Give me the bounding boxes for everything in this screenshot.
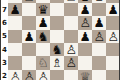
chess-board: 8♜♜♝♚7♟♛♟♟6♟♙♟5♟♞♟♙♙4♞♙3♘♗♙2♙♙♙♕1♖♖♔ xyxy=(1,0,120,80)
piece-black-pawn: ♟ xyxy=(37,16,48,29)
square-e2[interactable] xyxy=(64,70,78,80)
piece-black-pawn: ♟ xyxy=(79,30,90,43)
square-h4[interactable] xyxy=(106,43,120,56)
rank-label-4: 4 xyxy=(1,43,8,56)
square-a6[interactable] xyxy=(8,16,22,29)
square-c3[interactable]: ♘ xyxy=(36,56,50,69)
square-b7[interactable] xyxy=(22,3,36,16)
piece-black-knight: ♞ xyxy=(37,30,48,43)
piece-black-pawn: ♟ xyxy=(79,3,90,16)
square-e3[interactable]: ♙ xyxy=(64,56,78,69)
piece-white-pawn: ♙ xyxy=(79,16,90,29)
square-a5[interactable] xyxy=(8,30,22,43)
square-f6[interactable]: ♙ xyxy=(78,16,92,29)
square-h7[interactable]: ♟ xyxy=(106,3,120,16)
piece-white-pawn: ♙ xyxy=(9,70,20,80)
square-b5[interactable]: ♟ xyxy=(22,30,36,43)
rank-label-5: 5 xyxy=(1,30,8,43)
rank-label-3: 3 xyxy=(1,56,8,69)
piece-black-knight: ♞ xyxy=(51,43,62,56)
square-b3[interactable] xyxy=(22,56,36,69)
square-b6[interactable] xyxy=(22,16,36,29)
square-a2[interactable]: ♙ xyxy=(8,70,22,80)
piece-white-pawn: ♙ xyxy=(65,43,76,56)
rank-label-6: 6 xyxy=(1,16,8,29)
square-a4[interactable] xyxy=(8,43,22,56)
square-d2[interactable] xyxy=(50,70,64,80)
square-h3[interactable] xyxy=(106,56,120,69)
piece-white-pawn: ♙ xyxy=(93,30,104,43)
square-e7[interactable] xyxy=(64,3,78,16)
square-f3[interactable] xyxy=(78,56,92,69)
square-g4[interactable] xyxy=(92,43,106,56)
piece-black-queen: ♛ xyxy=(37,3,48,16)
square-f7[interactable]: ♟ xyxy=(78,3,92,16)
piece-white-pawn: ♙ xyxy=(37,70,48,80)
square-d5[interactable] xyxy=(50,30,64,43)
square-f5[interactable]: ♟ xyxy=(78,30,92,43)
piece-white-queen: ♕ xyxy=(79,70,90,80)
square-g7[interactable] xyxy=(92,3,106,16)
square-a3[interactable] xyxy=(8,56,22,69)
rank-label-2: 2 xyxy=(1,70,8,80)
piece-black-pawn: ♟ xyxy=(9,3,20,16)
square-c5[interactable]: ♞ xyxy=(36,30,50,43)
square-a7[interactable]: ♟ xyxy=(8,3,22,16)
square-c6[interactable]: ♟ xyxy=(36,16,50,29)
square-c7[interactable]: ♛ xyxy=(36,3,50,16)
square-g2[interactable] xyxy=(92,70,106,80)
piece-black-pawn: ♟ xyxy=(93,16,104,29)
square-g3[interactable] xyxy=(92,56,106,69)
square-f4[interactable] xyxy=(78,43,92,56)
square-g6[interactable]: ♟ xyxy=(92,16,106,29)
square-c4[interactable] xyxy=(36,43,50,56)
square-d6[interactable] xyxy=(50,16,64,29)
square-d7[interactable] xyxy=(50,3,64,16)
square-e6[interactable] xyxy=(64,16,78,29)
square-g5[interactable]: ♙ xyxy=(92,30,106,43)
piece-black-pawn: ♟ xyxy=(23,30,34,43)
square-h2[interactable] xyxy=(106,70,120,80)
piece-white-pawn: ♙ xyxy=(107,30,118,43)
square-f2[interactable]: ♕ xyxy=(78,70,92,80)
square-e4[interactable]: ♙ xyxy=(64,43,78,56)
square-b2[interactable]: ♙ xyxy=(22,70,36,80)
square-d4[interactable]: ♞ xyxy=(50,43,64,56)
square-c2[interactable]: ♙ xyxy=(36,70,50,80)
square-e5[interactable] xyxy=(64,30,78,43)
square-d3[interactable]: ♗ xyxy=(50,56,64,69)
square-h6[interactable] xyxy=(106,16,120,29)
piece-white-knight: ♘ xyxy=(37,56,48,69)
piece-white-pawn: ♙ xyxy=(65,56,76,69)
square-b4[interactable] xyxy=(22,43,36,56)
square-h5[interactable]: ♙ xyxy=(106,30,120,43)
piece-white-bishop: ♗ xyxy=(51,56,62,69)
chess-board-screenshot: 8♜♜♝♚7♟♛♟♟6♟♙♟5♟♞♟♙♙4♞♙3♘♗♙2♙♙♙♕1♖♖♔ xyxy=(0,0,120,80)
piece-black-pawn: ♟ xyxy=(107,3,118,16)
rank-label-7: 7 xyxy=(1,3,8,16)
piece-white-pawn: ♙ xyxy=(23,70,34,80)
